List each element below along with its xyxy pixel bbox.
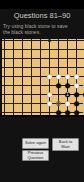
board-intersection[interactable] <box>0 81 9 90</box>
board-intersection[interactable] <box>54 54 63 63</box>
black-stone: ● <box>72 108 81 115</box>
board-intersection[interactable] <box>72 45 81 54</box>
board-intersection[interactable] <box>9 54 18 63</box>
board-intersection[interactable] <box>81 54 84 63</box>
board-intersection[interactable] <box>36 45 45 54</box>
black-stone: ● <box>54 81 63 90</box>
board-intersection[interactable] <box>18 81 27 90</box>
board-intersection[interactable] <box>45 108 54 115</box>
board-intersection[interactable] <box>9 72 18 81</box>
page-title: Questions 81–90 <box>0 11 84 20</box>
solve-again-button[interactable]: Solve again <box>22 138 49 149</box>
board-intersection[interactable] <box>27 45 36 54</box>
board-intersection[interactable] <box>0 72 9 81</box>
white-stone: ● <box>45 99 54 108</box>
board-intersection[interactable] <box>45 54 54 63</box>
status-bar <box>0 0 84 9</box>
board-intersection[interactable] <box>36 81 45 90</box>
board-intersection[interactable] <box>9 63 18 72</box>
board-intersection[interactable] <box>36 108 45 115</box>
board-intersection[interactable] <box>81 45 84 54</box>
board-intersection[interactable]: ● <box>81 108 84 115</box>
board-intersection[interactable] <box>27 54 36 63</box>
board-intersection[interactable] <box>9 108 18 115</box>
board-intersection[interactable] <box>18 45 27 54</box>
board-intersection[interactable] <box>81 63 84 72</box>
board-intersection[interactable] <box>27 99 36 108</box>
board-intersection[interactable]: ● <box>54 81 63 90</box>
previous-question-button[interactable]: Previous Question <box>22 150 49 161</box>
white-stone: ● <box>45 72 54 81</box>
instruction-text: Try using black stone to save the black … <box>3 23 81 35</box>
board-intersection[interactable] <box>0 90 9 99</box>
instruction-line-2: the black stones. <box>3 29 81 35</box>
board-intersection[interactable] <box>45 45 54 54</box>
app-screen: { "app": { "title": "Questions 81–90", "… <box>0 0 84 182</box>
board-intersection[interactable] <box>54 45 63 54</box>
board-intersection[interactable] <box>27 63 36 72</box>
board-intersection[interactable] <box>18 54 27 63</box>
board-intersection[interactable] <box>63 54 72 63</box>
board-intersection[interactable] <box>0 108 9 115</box>
board-intersection[interactable]: ● <box>45 99 54 108</box>
board-intersection[interactable] <box>72 54 81 63</box>
board-intersection[interactable] <box>54 90 63 99</box>
go-board-grid: ●●●●●●●●●●1●●●2●●●●●●● <box>0 39 84 115</box>
board-intersection[interactable] <box>9 99 18 108</box>
back-to-main-button[interactable]: Back to Main <box>52 138 79 151</box>
board-intersection[interactable] <box>0 99 9 108</box>
star-point <box>48 39 51 42</box>
move-marker-2: 2 <box>56 101 61 106</box>
board-intersection[interactable] <box>0 63 9 72</box>
board-intersection[interactable] <box>0 54 9 63</box>
board-intersection[interactable] <box>18 63 27 72</box>
go-board[interactable]: ●●●●●●●●●●1●●●2●●●●●●● <box>0 39 84 115</box>
board-intersection[interactable] <box>27 108 36 115</box>
board-intersection[interactable]: ●1 <box>63 90 72 99</box>
board-intersection[interactable]: ● <box>45 72 54 81</box>
board-intersection[interactable] <box>18 72 27 81</box>
move-label-1: 1 <box>63 90 72 99</box>
board-intersection[interactable] <box>18 90 27 99</box>
board-intersection[interactable]: ● <box>72 108 81 115</box>
black-stone: ● <box>54 108 63 115</box>
board-intersection[interactable]: ● <box>63 108 72 115</box>
board-intersection[interactable] <box>36 72 45 81</box>
board-intersection[interactable] <box>18 108 27 115</box>
black-stone: ● <box>63 108 72 115</box>
board-intersection[interactable] <box>0 45 9 54</box>
board-intersection[interactable] <box>9 45 18 54</box>
board-intersection[interactable] <box>36 63 45 72</box>
board-intersection[interactable] <box>9 90 18 99</box>
board-intersection[interactable] <box>36 54 45 63</box>
board-intersection[interactable] <box>36 90 45 99</box>
board-intersection[interactable]: ● <box>54 108 63 115</box>
board-intersection[interactable] <box>36 99 45 108</box>
white-stone: ● <box>81 108 84 115</box>
board-intersection[interactable] <box>63 45 72 54</box>
board-intersection[interactable] <box>27 72 36 81</box>
board-intersection[interactable] <box>27 90 36 99</box>
board-intersection[interactable] <box>18 99 27 108</box>
board-intersection[interactable] <box>9 81 18 90</box>
board-intersection[interactable] <box>27 81 36 90</box>
